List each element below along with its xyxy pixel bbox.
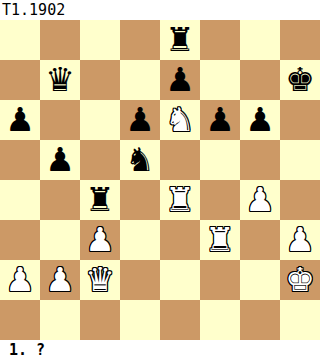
square-c4[interactable]: ♜ — [80, 180, 120, 220]
square-f6[interactable]: ♟ — [200, 100, 240, 140]
black-pawn-piece: ♟ — [45, 140, 75, 180]
square-e4[interactable]: ♜ — [160, 180, 200, 220]
square-f3[interactable]: ♜ — [200, 220, 240, 260]
square-c6[interactable] — [80, 100, 120, 140]
black-pawn-piece: ♟ — [245, 100, 275, 140]
square-h4[interactable] — [280, 180, 320, 220]
square-h2[interactable]: ♚ — [280, 260, 320, 300]
square-d1[interactable] — [120, 300, 160, 340]
white-king-piece: ♚ — [285, 260, 315, 300]
puzzle-title: T1.1902 — [0, 0, 320, 20]
square-f8[interactable] — [200, 20, 240, 60]
square-h1[interactable] — [280, 300, 320, 340]
square-c8[interactable] — [80, 20, 120, 60]
square-e6[interactable]: ♞ — [160, 100, 200, 140]
black-pawn-piece: ♟ — [5, 100, 35, 140]
black-king-piece: ♚ — [285, 60, 315, 100]
square-g7[interactable] — [240, 60, 280, 100]
square-h8[interactable] — [280, 20, 320, 60]
square-e5[interactable] — [160, 140, 200, 180]
white-pawn-piece: ♟ — [285, 220, 315, 260]
square-d5[interactable]: ♞ — [120, 140, 160, 180]
square-d8[interactable] — [120, 20, 160, 60]
white-pawn-piece: ♟ — [85, 220, 115, 260]
white-rook-piece: ♜ — [165, 180, 195, 220]
white-queen-piece: ♛ — [85, 260, 115, 300]
square-f7[interactable] — [200, 60, 240, 100]
square-b4[interactable] — [40, 180, 80, 220]
black-pawn-piece: ♟ — [205, 100, 235, 140]
square-c7[interactable] — [80, 60, 120, 100]
square-b3[interactable] — [40, 220, 80, 260]
square-a4[interactable] — [0, 180, 40, 220]
black-pawn-piece: ♟ — [125, 100, 155, 140]
square-h5[interactable] — [280, 140, 320, 180]
square-a7[interactable] — [0, 60, 40, 100]
square-c1[interactable] — [80, 300, 120, 340]
square-d4[interactable] — [120, 180, 160, 220]
square-h3[interactable]: ♟ — [280, 220, 320, 260]
move-prompt: 1. ? — [0, 340, 320, 360]
square-e1[interactable] — [160, 300, 200, 340]
square-a2[interactable]: ♟ — [0, 260, 40, 300]
white-knight-piece: ♞ — [165, 100, 195, 140]
white-rook-piece: ♜ — [205, 220, 235, 260]
black-rook-piece: ♜ — [165, 20, 195, 60]
square-a5[interactable] — [0, 140, 40, 180]
square-c3[interactable]: ♟ — [80, 220, 120, 260]
square-c5[interactable] — [80, 140, 120, 180]
square-h7[interactable]: ♚ — [280, 60, 320, 100]
square-a8[interactable] — [0, 20, 40, 60]
square-d2[interactable] — [120, 260, 160, 300]
square-b6[interactable] — [40, 100, 80, 140]
square-e8[interactable]: ♜ — [160, 20, 200, 60]
square-d6[interactable]: ♟ — [120, 100, 160, 140]
white-pawn-piece: ♟ — [245, 180, 275, 220]
square-f4[interactable] — [200, 180, 240, 220]
square-b2[interactable]: ♟ — [40, 260, 80, 300]
square-h6[interactable] — [280, 100, 320, 140]
square-d3[interactable] — [120, 220, 160, 260]
square-e2[interactable] — [160, 260, 200, 300]
square-e3[interactable] — [160, 220, 200, 260]
chess-board: ♜♛♟♚♟♟♞♟♟♟♞♜♜♟♟♜♟♟♟♛♚ — [0, 20, 320, 340]
square-e7[interactable]: ♟ — [160, 60, 200, 100]
square-g3[interactable] — [240, 220, 280, 260]
black-queen-piece: ♛ — [45, 60, 75, 100]
square-b1[interactable] — [40, 300, 80, 340]
square-g5[interactable] — [240, 140, 280, 180]
square-g1[interactable] — [240, 300, 280, 340]
chess-diagram: T1.1902 ♜♛♟♚♟♟♞♟♟♟♞♜♜♟♟♜♟♟♟♛♚ 1. ? — [0, 0, 320, 360]
white-pawn-piece: ♟ — [45, 260, 75, 300]
black-knight-piece: ♞ — [125, 140, 155, 180]
black-rook-piece: ♜ — [85, 180, 115, 220]
square-b7[interactable]: ♛ — [40, 60, 80, 100]
square-f1[interactable] — [200, 300, 240, 340]
square-a6[interactable]: ♟ — [0, 100, 40, 140]
square-c2[interactable]: ♛ — [80, 260, 120, 300]
square-g8[interactable] — [240, 20, 280, 60]
white-pawn-piece: ♟ — [5, 260, 35, 300]
square-g4[interactable]: ♟ — [240, 180, 280, 220]
square-f2[interactable] — [200, 260, 240, 300]
square-g6[interactable]: ♟ — [240, 100, 280, 140]
square-a1[interactable] — [0, 300, 40, 340]
square-d7[interactable] — [120, 60, 160, 100]
square-a3[interactable] — [0, 220, 40, 260]
square-g2[interactable] — [240, 260, 280, 300]
square-b5[interactable]: ♟ — [40, 140, 80, 180]
square-f5[interactable] — [200, 140, 240, 180]
square-b8[interactable] — [40, 20, 80, 60]
black-pawn-piece: ♟ — [165, 60, 195, 100]
